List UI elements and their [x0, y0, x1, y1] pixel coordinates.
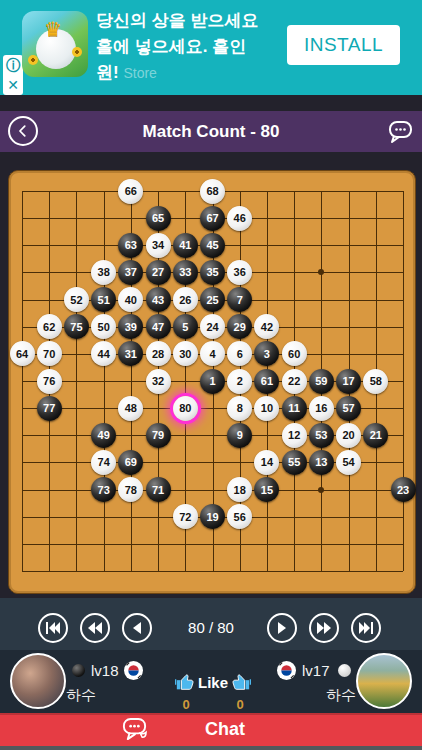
stone-77: 77: [37, 396, 62, 421]
grid-line: [22, 490, 403, 491]
ad-line-1: 당신의 상을 받으세요: [96, 8, 286, 34]
stone-71: 71: [146, 477, 171, 502]
stone-26: 26: [173, 287, 198, 312]
replay-controls: 80 / 80: [0, 598, 422, 650]
stone-14: 14: [254, 450, 279, 475]
chat-label: Chat: [205, 719, 245, 740]
step-forward-icon: [276, 621, 288, 635]
stone-35: 35: [200, 260, 225, 285]
stone-54: 54: [336, 450, 361, 475]
stone-13: 13: [309, 450, 334, 475]
ad-info-icon[interactable]: ⓘ: [6, 58, 20, 72]
ad-close-icon[interactable]: ✕: [7, 78, 19, 92]
stone-17: 17: [336, 369, 361, 394]
stone-21: 21: [363, 423, 388, 448]
stone-36: 36: [227, 260, 252, 285]
stone-61: 61: [254, 369, 279, 394]
fast-rewind-icon: [87, 621, 103, 635]
stone-43: 43: [146, 287, 171, 312]
stone-42: 42: [254, 314, 279, 339]
crown-icon: ♛: [44, 17, 62, 41]
right-like-count: 0: [229, 697, 251, 712]
stone-67: 67: [200, 206, 225, 231]
skip-to-start-button[interactable]: [38, 613, 68, 643]
stone-4: 4: [200, 341, 225, 366]
chat-bubble-icon[interactable]: [386, 118, 414, 146]
like-label: Like: [198, 674, 228, 691]
install-button[interactable]: INSTALL: [287, 25, 400, 65]
stone-45: 45: [200, 233, 225, 258]
stone-24: 24: [200, 314, 225, 339]
stone-19: 19: [200, 504, 225, 529]
stone-12: 12: [282, 423, 307, 448]
left-player-level: lv18: [91, 662, 119, 679]
fast-forward-icon: [316, 621, 332, 635]
stone-30: 30: [173, 341, 198, 366]
stone-48: 48: [118, 396, 143, 421]
korea-flag-icon: [277, 661, 296, 680]
ad-line-2: 홀에 넣으세요. 홀인: [96, 34, 286, 60]
stone-5: 5: [173, 314, 198, 339]
app-screen: ⓘ ✕ ♛ 당신의 상을 받으세요 홀에 넣으세요. 홀인 원! Store I…: [0, 0, 422, 750]
stone-44: 44: [91, 341, 116, 366]
ad-text: 당신의 상을 받으세요 홀에 넣으세요. 홀인 원! Store: [96, 8, 286, 86]
right-player-level: lv17: [302, 662, 330, 679]
move-counter: 80 / 80: [171, 619, 251, 636]
stone-68: 68: [200, 179, 225, 204]
stone-73: 73: [91, 477, 116, 502]
stone-38: 38: [91, 260, 116, 285]
stone-65: 65: [146, 206, 171, 231]
grid-line: [403, 191, 404, 571]
chat-bubbles-icon: [121, 717, 148, 743]
stone-10: 10: [254, 396, 279, 421]
stone-46: 46: [227, 206, 252, 231]
stone-18: 18: [227, 477, 252, 502]
bottom-strip: [0, 746, 422, 750]
left-like-count: 0: [175, 697, 197, 712]
stone-23: 23: [391, 477, 416, 502]
step-back-icon: [131, 621, 143, 635]
stone-39: 39: [118, 314, 143, 339]
header-bar: Match Count - 80: [0, 111, 422, 152]
stone-20: 20: [336, 423, 361, 448]
stone-9: 9: [227, 423, 252, 448]
stone-69: 69: [118, 450, 143, 475]
chat-button[interactable]: Chat: [0, 713, 422, 746]
stone-6: 6: [227, 341, 252, 366]
right-player-avatar[interactable]: [356, 653, 412, 709]
stone-1: 1: [200, 369, 225, 394]
stone-72: 72: [173, 504, 198, 529]
white-stone-icon: [338, 664, 351, 677]
stone-78: 78: [118, 477, 143, 502]
stone-62: 62: [37, 314, 62, 339]
stone-2: 2: [227, 369, 252, 394]
stone-41: 41: [173, 233, 198, 258]
star-point: [318, 487, 324, 493]
stone-25: 25: [200, 287, 225, 312]
stone-55: 55: [282, 450, 307, 475]
stone-79: 79: [146, 423, 171, 448]
stone-60: 60: [282, 341, 307, 366]
ad-banner[interactable]: ⓘ ✕ ♛ 당신의 상을 받으세요 홀에 넣으세요. 홀인 원! Store I…: [0, 0, 422, 95]
right-player-name: 하수: [326, 686, 356, 705]
black-stone-icon: [72, 664, 85, 677]
stone-15: 15: [254, 477, 279, 502]
page-title: Match Count - 80: [0, 111, 422, 152]
store-text: Store: [123, 65, 156, 81]
stone-22: 22: [282, 369, 307, 394]
skip-to-end-button[interactable]: [351, 613, 381, 643]
stone-47: 47: [146, 314, 171, 339]
fast-rewind-button[interactable]: [80, 613, 110, 643]
stone-31: 31: [118, 341, 143, 366]
left-player-avatar[interactable]: [10, 653, 66, 709]
stone-52: 52: [64, 287, 89, 312]
stone-58: 58: [363, 369, 388, 394]
stone-74: 74: [91, 450, 116, 475]
ad-line-3: 원! Store: [96, 60, 286, 86]
stone-63: 63: [118, 233, 143, 258]
stone-34: 34: [146, 233, 171, 258]
grid-line: [22, 571, 403, 572]
stone-59: 59: [309, 369, 334, 394]
stone-76: 76: [37, 369, 62, 394]
like-thumb-right-icon[interactable]: [229, 671, 251, 693]
stone-40: 40: [118, 287, 143, 312]
stone-33: 33: [173, 260, 198, 285]
flower-icon: [72, 47, 82, 57]
stone-27: 27: [146, 260, 171, 285]
stone-50: 50: [91, 314, 116, 339]
omok-board: 1234567891011121314151617181920212223242…: [8, 170, 416, 594]
stone-7: 7: [227, 287, 252, 312]
stone-8: 8: [227, 396, 252, 421]
step-back-button[interactable]: [122, 613, 152, 643]
stone-66: 66: [118, 179, 143, 204]
flower-icon: [28, 55, 38, 65]
stone-56: 56: [227, 504, 252, 529]
step-forward-button[interactable]: [267, 613, 297, 643]
stone-49: 49: [91, 423, 116, 448]
like-thumb-left-icon[interactable]: [175, 671, 197, 693]
stone-3: 3: [254, 341, 279, 366]
left-player-name: 하수: [66, 686, 96, 705]
fast-forward-button[interactable]: [309, 613, 339, 643]
stone-80: 80: [173, 396, 198, 421]
stone-51: 51: [91, 287, 116, 312]
stone-70: 70: [37, 341, 62, 366]
stone-64: 64: [10, 341, 35, 366]
star-point: [318, 269, 324, 275]
korea-flag-icon: [124, 661, 143, 680]
players-bar: lv18 하수 Like 0 0 lv17 하수: [0, 650, 422, 714]
skip-to-end-icon: [358, 621, 374, 635]
skip-to-start-icon: [45, 621, 61, 635]
golf-app-icon[interactable]: ♛: [22, 11, 88, 77]
stone-11: 11: [282, 396, 307, 421]
ad-controls: ⓘ ✕: [3, 55, 23, 95]
stone-37: 37: [118, 260, 143, 285]
stone-32: 32: [146, 369, 171, 394]
stone-75: 75: [64, 314, 89, 339]
stone-28: 28: [146, 341, 171, 366]
stone-16: 16: [309, 396, 334, 421]
grid-line: [22, 544, 403, 545]
stone-53: 53: [309, 423, 334, 448]
stone-57: 57: [336, 396, 361, 421]
stone-29: 29: [227, 314, 252, 339]
